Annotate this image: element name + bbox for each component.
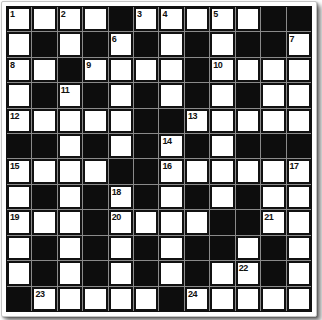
white-cell[interactable] <box>159 32 183 56</box>
black-cell <box>185 236 209 260</box>
white-cell[interactable] <box>236 58 260 82</box>
white-cell[interactable]: 19 <box>7 210 31 234</box>
white-cell[interactable] <box>261 83 285 107</box>
clue-number: 16 <box>162 161 171 171</box>
white-cell[interactable] <box>159 58 183 82</box>
white-cell[interactable]: 23 <box>32 287 56 311</box>
white-cell[interactable] <box>83 287 107 311</box>
white-cell[interactable] <box>7 236 31 260</box>
white-cell[interactable]: 8 <box>7 58 31 82</box>
white-cell[interactable] <box>287 109 311 133</box>
white-cell[interactable]: 15 <box>7 159 31 183</box>
white-cell[interactable]: 24 <box>185 287 209 311</box>
white-cell[interactable]: 1 <box>7 7 31 31</box>
white-cell[interactable] <box>287 58 311 82</box>
black-cell <box>261 261 285 285</box>
white-cell[interactable] <box>159 83 183 107</box>
white-cell[interactable] <box>236 109 260 133</box>
black-cell <box>134 159 158 183</box>
white-cell[interactable] <box>287 236 311 260</box>
black-cell <box>236 185 260 209</box>
white-cell[interactable] <box>159 185 183 209</box>
black-cell <box>287 134 311 158</box>
black-cell <box>185 58 209 82</box>
black-cell <box>261 134 285 158</box>
white-cell[interactable]: 22 <box>236 261 260 285</box>
white-cell[interactable] <box>134 210 158 234</box>
clue-number: 9 <box>86 60 91 70</box>
clue-number: 12 <box>10 111 19 121</box>
crossword-card: 123456789101112131415161718192021222324 <box>1 1 317 317</box>
white-cell[interactable] <box>236 236 260 260</box>
clue-number: 11 <box>61 85 70 95</box>
white-cell[interactable] <box>287 185 311 209</box>
white-cell[interactable] <box>58 134 82 158</box>
white-cell[interactable] <box>210 109 234 133</box>
white-cell[interactable] <box>83 159 107 183</box>
black-cell <box>83 83 107 107</box>
white-cell[interactable] <box>32 109 56 133</box>
black-cell <box>7 287 31 311</box>
white-cell[interactable] <box>236 7 260 31</box>
white-cell[interactable] <box>261 185 285 209</box>
black-cell <box>159 287 183 311</box>
black-cell <box>7 134 31 158</box>
white-cell[interactable] <box>109 236 133 260</box>
white-cell[interactable] <box>210 185 234 209</box>
black-cell <box>236 32 260 56</box>
white-cell[interactable]: 12 <box>7 109 31 133</box>
clue-number: 7 <box>290 34 295 44</box>
clue-number: 15 <box>10 161 19 171</box>
white-cell[interactable] <box>185 7 209 31</box>
clue-number: 3 <box>137 9 142 19</box>
white-cell[interactable]: 5 <box>210 7 234 31</box>
clue-number: 13 <box>188 111 197 121</box>
clue-number: 23 <box>35 289 44 299</box>
clue-number: 24 <box>188 289 197 299</box>
white-cell[interactable] <box>109 109 133 133</box>
clue-number: 14 <box>162 136 171 146</box>
black-cell <box>261 236 285 260</box>
clue-number: 21 <box>264 212 273 222</box>
white-cell[interactable] <box>134 287 158 311</box>
black-cell <box>185 185 209 209</box>
white-cell[interactable] <box>159 210 183 234</box>
black-cell <box>134 134 158 158</box>
white-cell[interactable] <box>7 261 31 285</box>
clue-number: 1 <box>10 9 15 19</box>
black-cell <box>236 134 260 158</box>
black-cell <box>210 236 234 260</box>
clue-number: 5 <box>213 9 218 19</box>
white-cell[interactable]: 17 <box>287 159 311 183</box>
black-cell <box>109 7 133 31</box>
white-cell[interactable] <box>109 58 133 82</box>
clue-number: 18 <box>112 187 121 197</box>
clue-number: 20 <box>112 212 121 222</box>
white-cell[interactable] <box>261 58 285 82</box>
white-cell[interactable] <box>185 210 209 234</box>
white-cell[interactable] <box>32 159 56 183</box>
white-cell[interactable]: 4 <box>159 7 183 31</box>
black-cell <box>185 32 209 56</box>
white-cell[interactable] <box>210 83 234 107</box>
white-cell[interactable] <box>210 32 234 56</box>
black-cell <box>83 261 107 285</box>
white-cell[interactable] <box>185 159 209 183</box>
white-cell[interactable] <box>287 261 311 285</box>
clue-number: 22 <box>239 263 248 273</box>
white-cell[interactable] <box>287 287 311 311</box>
white-cell[interactable]: 6 <box>109 32 133 56</box>
white-cell[interactable] <box>58 32 82 56</box>
clue-number: 19 <box>10 212 19 222</box>
white-cell[interactable] <box>261 287 285 311</box>
white-cell[interactable]: 9 <box>83 58 107 82</box>
black-cell <box>134 32 158 56</box>
white-cell[interactable] <box>58 210 82 234</box>
white-cell[interactable]: 11 <box>58 83 82 107</box>
white-cell[interactable] <box>58 109 82 133</box>
black-cell <box>210 210 234 234</box>
white-cell[interactable]: 10 <box>210 58 234 82</box>
white-cell[interactable] <box>83 7 107 31</box>
white-cell[interactable] <box>109 134 133 158</box>
white-cell[interactable] <box>210 159 234 183</box>
black-cell <box>236 210 260 234</box>
white-cell[interactable] <box>32 7 56 31</box>
white-cell[interactable] <box>32 58 56 82</box>
white-cell[interactable] <box>58 185 82 209</box>
black-cell <box>236 83 260 107</box>
clue-number: 2 <box>61 9 66 19</box>
black-cell <box>32 261 56 285</box>
white-cell[interactable] <box>261 109 285 133</box>
black-cell <box>159 109 183 133</box>
white-cell[interactable] <box>236 287 260 311</box>
white-cell[interactable] <box>159 236 183 260</box>
white-cell[interactable]: 20 <box>109 210 133 234</box>
black-cell <box>185 83 209 107</box>
white-cell[interactable]: 13 <box>185 109 209 133</box>
black-cell <box>32 236 56 260</box>
white-cell[interactable] <box>58 261 82 285</box>
black-cell <box>83 32 107 56</box>
black-cell <box>58 58 82 82</box>
black-cell <box>261 7 285 31</box>
clue-number: 4 <box>162 9 167 19</box>
clue-number: 10 <box>213 60 222 70</box>
black-cell <box>134 236 158 260</box>
white-cell[interactable] <box>83 109 107 133</box>
black-cell <box>32 32 56 56</box>
white-cell[interactable] <box>210 287 234 311</box>
white-cell[interactable]: 7 <box>287 32 311 56</box>
black-cell <box>83 236 107 260</box>
black-cell <box>261 32 285 56</box>
white-cell[interactable] <box>7 32 31 56</box>
clue-number: 17 <box>290 161 299 171</box>
black-cell <box>134 185 158 209</box>
clue-number: 8 <box>10 60 15 70</box>
white-cell[interactable]: 16 <box>159 159 183 183</box>
black-cell <box>109 159 133 183</box>
black-cell <box>134 109 158 133</box>
black-cell <box>32 83 56 107</box>
white-cell[interactable] <box>159 261 183 285</box>
white-cell[interactable] <box>109 287 133 311</box>
white-cell[interactable] <box>287 83 311 107</box>
white-cell[interactable]: 3 <box>134 7 158 31</box>
white-cell[interactable] <box>261 159 285 183</box>
white-cell[interactable]: 2 <box>58 7 82 31</box>
white-cell[interactable] <box>58 236 82 260</box>
white-cell[interactable] <box>7 185 31 209</box>
white-cell[interactable] <box>32 210 56 234</box>
black-cell <box>134 261 158 285</box>
black-cell <box>83 134 107 158</box>
white-cell[interactable]: 18 <box>109 185 133 209</box>
black-cell <box>134 83 158 107</box>
white-cell[interactable] <box>58 287 82 311</box>
white-cell[interactable] <box>287 210 311 234</box>
black-cell <box>185 134 209 158</box>
white-cell[interactable] <box>210 261 234 285</box>
white-cell[interactable] <box>210 134 234 158</box>
white-cell[interactable] <box>134 58 158 82</box>
white-cell[interactable] <box>7 83 31 107</box>
black-cell <box>185 261 209 285</box>
white-cell[interactable]: 21 <box>261 210 285 234</box>
white-cell[interactable] <box>236 159 260 183</box>
black-cell <box>32 185 56 209</box>
white-cell[interactable] <box>58 159 82 183</box>
crossword-grid: 123456789101112131415161718192021222324 <box>7 7 311 311</box>
clue-number: 6 <box>112 34 117 44</box>
black-cell <box>287 7 311 31</box>
white-cell[interactable]: 14 <box>159 134 183 158</box>
white-cell[interactable] <box>109 83 133 107</box>
black-cell <box>83 210 107 234</box>
white-cell[interactable] <box>109 261 133 285</box>
black-cell <box>83 185 107 209</box>
black-cell <box>32 134 56 158</box>
